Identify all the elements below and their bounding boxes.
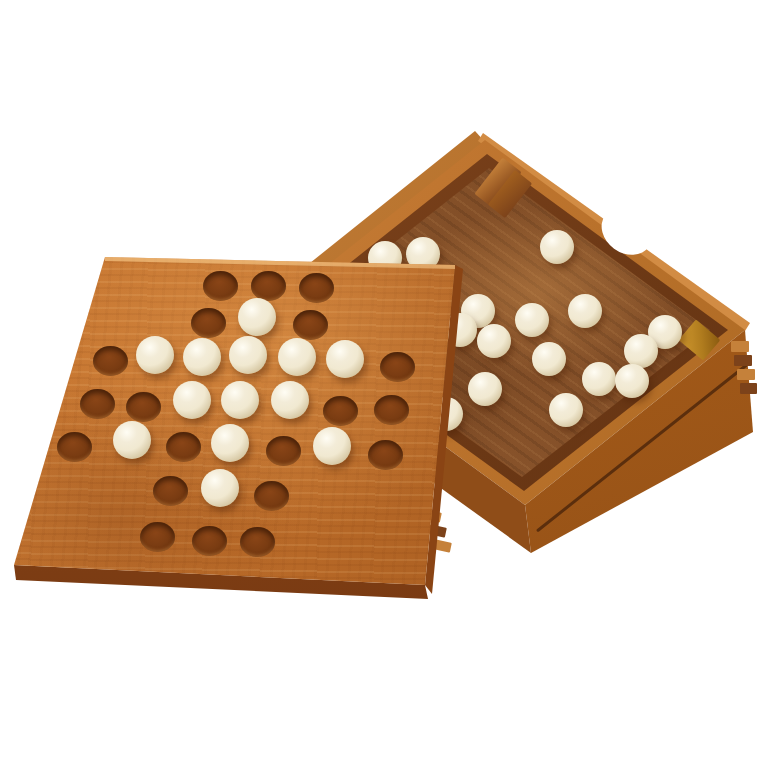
board-hole-c6[interactable]: [153, 476, 188, 506]
board-hole-g3[interactable]: [380, 352, 415, 382]
board-hole-d1[interactable]: [251, 271, 286, 301]
tray-marble-5[interactable]: [568, 294, 602, 328]
dovetail-joint: [734, 355, 752, 366]
board-hole-a4[interactable]: [80, 389, 115, 419]
marble-f5[interactable]: [313, 427, 351, 465]
board-hole-b4[interactable]: [126, 392, 161, 422]
tray-marble-1[interactable]: [540, 230, 574, 264]
marble-e3[interactable]: [278, 338, 316, 376]
tray-marble-9[interactable]: [477, 324, 511, 358]
board-hole-e5[interactable]: [266, 436, 301, 466]
tray-marble-13[interactable]: [615, 364, 649, 398]
marble-f3[interactable]: [326, 340, 364, 378]
board-hole-a3[interactable]: [93, 346, 128, 376]
board-hole-g5[interactable]: [368, 440, 403, 470]
marble-e4[interactable]: [271, 381, 309, 419]
tray-marble-11[interactable]: [532, 342, 566, 376]
marble-b3[interactable]: [136, 336, 174, 374]
board-hole-c5[interactable]: [166, 432, 201, 462]
board-hole-e2[interactable]: [293, 310, 328, 340]
marble-b5[interactable]: [113, 421, 151, 459]
marble-d6[interactable]: [201, 469, 239, 507]
tray-marble-15[interactable]: [549, 393, 583, 427]
board-hole-a5[interactable]: [57, 432, 92, 462]
board-hole-c7[interactable]: [140, 522, 175, 552]
tray-marble-6[interactable]: [515, 303, 549, 337]
marble-d5[interactable]: [211, 424, 249, 462]
tray-marble-10[interactable]: [624, 334, 658, 368]
dovetail-joint: [740, 383, 757, 394]
dovetail-joint: [737, 369, 755, 380]
board-hole-e6[interactable]: [254, 481, 289, 511]
board-hole-e7[interactable]: [240, 527, 275, 557]
board-hole-e1[interactable]: [299, 273, 334, 303]
board-hole-d7[interactable]: [192, 526, 227, 556]
tray-marble-12[interactable]: [582, 362, 616, 396]
peg-solitaire-product-photo: [0, 0, 768, 768]
board-hole-c1[interactable]: [203, 271, 238, 301]
marble-c4[interactable]: [173, 381, 211, 419]
marble-c3[interactable]: [183, 338, 221, 376]
board-hole-g4[interactable]: [374, 395, 409, 425]
board-hole-f4[interactable]: [323, 396, 358, 426]
marble-d3[interactable]: [229, 336, 267, 374]
marble-d2[interactable]: [238, 298, 276, 336]
board-hole-c2[interactable]: [191, 308, 226, 338]
marble-d4[interactable]: [221, 381, 259, 419]
dovetail-joint: [731, 341, 749, 352]
tray-marble-14[interactable]: [468, 372, 502, 406]
